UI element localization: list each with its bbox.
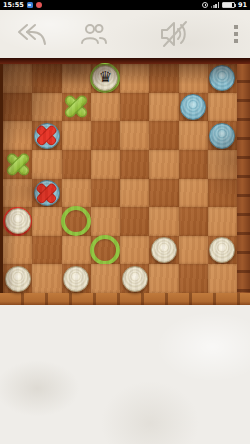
blue-man-capture-target[interactable] — [34, 180, 60, 206]
square-b8[interactable] — [32, 64, 61, 93]
green-circle-landing-icon — [90, 235, 120, 265]
square-h4[interactable] — [208, 179, 237, 208]
square-b4[interactable] — [32, 179, 61, 208]
square-b2[interactable] — [32, 236, 61, 265]
notification-dot-icon — [36, 2, 42, 8]
mute-button[interactable] — [126, 14, 222, 54]
blue-man[interactable] — [209, 123, 235, 149]
square-g1[interactable] — [179, 264, 208, 293]
white-man[interactable] — [209, 237, 235, 263]
square-d1[interactable] — [91, 264, 120, 293]
square-e1[interactable] — [120, 264, 149, 293]
square-b1[interactable] — [32, 264, 61, 293]
board-frame-bottom — [0, 293, 250, 305]
back-undo-icon — [14, 20, 48, 48]
clock-time: 15:55 — [3, 1, 24, 9]
signal-bars-icon — [211, 2, 219, 8]
square-g8[interactable] — [179, 64, 208, 93]
square-e6[interactable] — [120, 121, 149, 150]
square-a8[interactable] — [3, 64, 32, 93]
square-c2[interactable] — [62, 236, 91, 265]
players-button[interactable] — [62, 14, 126, 54]
square-a5[interactable] — [3, 150, 32, 179]
green-x-path-icon — [6, 152, 30, 176]
blue-man[interactable] — [209, 65, 235, 91]
checkers-board: ♛ — [3, 64, 237, 293]
square-h2[interactable] — [208, 236, 237, 265]
square-g4[interactable] — [179, 179, 208, 208]
king-crown-icon: ♛ — [99, 70, 112, 85]
square-d8[interactable]: ♛ — [91, 64, 120, 93]
toolbar — [0, 10, 250, 58]
notification-app-icon — [27, 2, 33, 8]
blue-man[interactable] — [180, 94, 206, 120]
square-a1[interactable] — [3, 264, 32, 293]
square-d5[interactable] — [91, 150, 120, 179]
square-a2[interactable] — [3, 236, 32, 265]
square-d3[interactable] — [91, 207, 120, 236]
square-h7[interactable] — [208, 93, 237, 122]
green-circle-landing-icon — [61, 206, 91, 236]
square-h3[interactable] — [208, 207, 237, 236]
overflow-menu-button[interactable] — [222, 14, 250, 54]
overflow-menu-icon — [234, 25, 238, 29]
square-h5[interactable] — [208, 150, 237, 179]
alarm-clock-icon — [202, 2, 208, 8]
square-c8[interactable] — [62, 64, 91, 93]
square-d4[interactable] — [91, 179, 120, 208]
square-a3[interactable] — [3, 207, 32, 236]
back-button[interactable] — [0, 14, 62, 54]
green-x-path-icon — [64, 95, 88, 119]
square-g3[interactable] — [179, 207, 208, 236]
square-e2[interactable] — [120, 236, 149, 265]
square-c3[interactable] — [62, 207, 91, 236]
battery-icon — [222, 2, 235, 8]
sound-muted-icon — [156, 19, 192, 49]
square-g7[interactable] — [179, 93, 208, 122]
square-f2[interactable] — [149, 236, 178, 265]
white-man[interactable] — [5, 208, 31, 234]
marble-background — [0, 305, 250, 444]
square-b3[interactable] — [32, 207, 61, 236]
square-h6[interactable] — [208, 121, 237, 150]
square-e4[interactable] — [120, 179, 149, 208]
blue-man-capture-target[interactable] — [34, 123, 60, 149]
white-man[interactable] — [5, 266, 31, 292]
white-man[interactable] — [122, 266, 148, 292]
square-f5[interactable] — [149, 150, 178, 179]
square-c1[interactable] — [62, 264, 91, 293]
square-e7[interactable] — [120, 93, 149, 122]
square-f3[interactable] — [149, 207, 178, 236]
square-c5[interactable] — [62, 150, 91, 179]
square-d7[interactable] — [91, 93, 120, 122]
square-b5[interactable] — [32, 150, 61, 179]
square-g2[interactable] — [179, 236, 208, 265]
battery-percent: 91 — [238, 1, 247, 9]
white-man[interactable] — [63, 266, 89, 292]
square-b6[interactable] — [32, 121, 61, 150]
square-h1[interactable] — [208, 264, 237, 293]
square-f1[interactable] — [149, 264, 178, 293]
checkers-board-frame: ♛ — [0, 58, 250, 305]
square-a6[interactable] — [3, 121, 32, 150]
square-c6[interactable] — [62, 121, 91, 150]
square-f7[interactable] — [149, 93, 178, 122]
white-man[interactable] — [151, 237, 177, 263]
square-g5[interactable] — [179, 150, 208, 179]
square-f8[interactable] — [149, 64, 178, 93]
status-bar: 15:55 91 — [0, 0, 250, 10]
square-f6[interactable] — [149, 121, 178, 150]
square-d2[interactable] — [91, 236, 120, 265]
square-e8[interactable] — [120, 64, 149, 93]
square-h8[interactable] — [208, 64, 237, 93]
square-f4[interactable] — [149, 179, 178, 208]
square-c4[interactable] — [62, 179, 91, 208]
square-e5[interactable] — [120, 150, 149, 179]
square-a7[interactable] — [3, 93, 32, 122]
square-b7[interactable] — [32, 93, 61, 122]
players-icon — [79, 22, 109, 46]
square-g6[interactable] — [179, 121, 208, 150]
square-e3[interactable] — [120, 207, 149, 236]
square-a4[interactable] — [3, 179, 32, 208]
white-king[interactable]: ♛ — [92, 65, 118, 91]
square-d6[interactable] — [91, 121, 120, 150]
board-frame-right — [237, 64, 250, 293]
square-c7[interactable] — [62, 93, 91, 122]
